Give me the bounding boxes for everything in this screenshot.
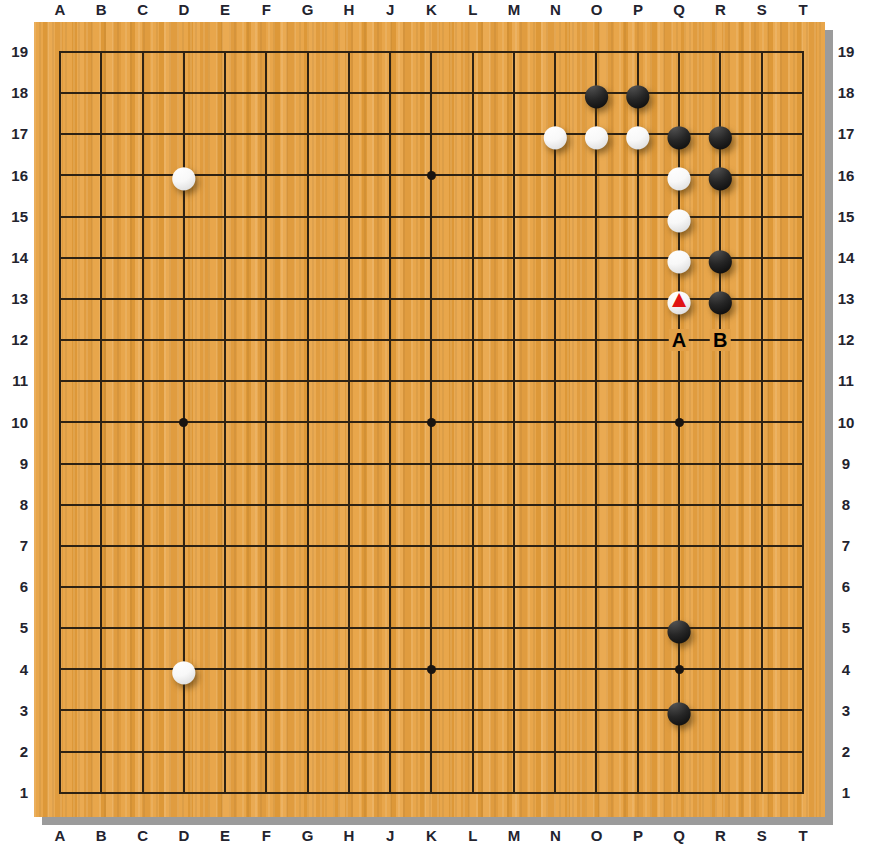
- intersection-J14[interactable]: [370, 237, 411, 278]
- intersection-P4[interactable]: [617, 649, 658, 690]
- intersection-M11[interactable]: [493, 361, 534, 402]
- intersection-C6[interactable]: [122, 566, 163, 607]
- intersection-J1[interactable]: [370, 772, 411, 813]
- intersection-P9[interactable]: [617, 443, 658, 484]
- intersection-E9[interactable]: [204, 443, 245, 484]
- intersection-L18[interactable]: [452, 73, 493, 114]
- intersection-H1[interactable]: [328, 772, 369, 813]
- point-label-B[interactable]: B: [710, 329, 730, 351]
- intersection-S12[interactable]: [741, 319, 782, 360]
- intersection-J4[interactable]: [370, 649, 411, 690]
- intersection-G6[interactable]: [287, 566, 328, 607]
- intersection-F5[interactable]: [246, 608, 287, 649]
- intersection-C16[interactable]: [122, 155, 163, 196]
- intersection-T17[interactable]: [782, 114, 823, 155]
- intersection-Q19[interactable]: [658, 31, 699, 72]
- intersection-M10[interactable]: [493, 402, 534, 443]
- intersection-S4[interactable]: [741, 649, 782, 690]
- intersection-L15[interactable]: [452, 196, 493, 237]
- intersection-F17[interactable]: [246, 114, 287, 155]
- intersection-R16[interactable]: ●: [700, 155, 741, 196]
- intersection-O14[interactable]: [576, 237, 617, 278]
- intersection-G3[interactable]: [287, 690, 328, 731]
- intersection-L11[interactable]: [452, 361, 493, 402]
- intersection-H12[interactable]: [328, 319, 369, 360]
- intersection-A4[interactable]: [39, 649, 80, 690]
- intersection-A12[interactable]: [39, 319, 80, 360]
- intersection-D2[interactable]: [163, 731, 204, 772]
- intersection-F13[interactable]: [246, 278, 287, 319]
- intersection-A10[interactable]: [39, 402, 80, 443]
- intersection-J18[interactable]: [370, 73, 411, 114]
- intersection-P15[interactable]: [617, 196, 658, 237]
- intersection-K12[interactable]: [411, 319, 452, 360]
- intersection-G15[interactable]: [287, 196, 328, 237]
- intersection-J16[interactable]: [370, 155, 411, 196]
- intersection-R2[interactable]: [700, 731, 741, 772]
- intersection-O3[interactable]: [576, 690, 617, 731]
- intersection-R19[interactable]: [700, 31, 741, 72]
- intersection-N15[interactable]: [535, 196, 576, 237]
- intersection-F4[interactable]: [246, 649, 287, 690]
- intersection-H18[interactable]: [328, 73, 369, 114]
- intersection-D1[interactable]: [163, 772, 204, 813]
- intersection-T1[interactable]: [782, 772, 823, 813]
- intersection-B16[interactable]: [81, 155, 122, 196]
- intersection-R6[interactable]: [700, 566, 741, 607]
- intersection-A19[interactable]: [39, 31, 80, 72]
- intersection-D16[interactable]: ●: [163, 155, 204, 196]
- intersection-P1[interactable]: [617, 772, 658, 813]
- intersection-G9[interactable]: [287, 443, 328, 484]
- intersection-D11[interactable]: [163, 361, 204, 402]
- intersection-B7[interactable]: [81, 525, 122, 566]
- intersection-R7[interactable]: [700, 525, 741, 566]
- intersection-E13[interactable]: [204, 278, 245, 319]
- intersection-D18[interactable]: [163, 73, 204, 114]
- intersection-H8[interactable]: [328, 484, 369, 525]
- intersection-A5[interactable]: [39, 608, 80, 649]
- intersection-N4[interactable]: [535, 649, 576, 690]
- intersection-D14[interactable]: [163, 237, 204, 278]
- intersection-A8[interactable]: [39, 484, 80, 525]
- intersection-N12[interactable]: [535, 319, 576, 360]
- intersection-H19[interactable]: [328, 31, 369, 72]
- intersection-O10[interactable]: [576, 402, 617, 443]
- intersection-K15[interactable]: [411, 196, 452, 237]
- intersection-G13[interactable]: [287, 278, 328, 319]
- intersection-N6[interactable]: [535, 566, 576, 607]
- intersection-G14[interactable]: [287, 237, 328, 278]
- intersection-T16[interactable]: [782, 155, 823, 196]
- intersection-L17[interactable]: [452, 114, 493, 155]
- intersection-S9[interactable]: [741, 443, 782, 484]
- intersection-J10[interactable]: [370, 402, 411, 443]
- intersection-T8[interactable]: [782, 484, 823, 525]
- intersection-K14[interactable]: [411, 237, 452, 278]
- intersection-F14[interactable]: [246, 237, 287, 278]
- intersection-P3[interactable]: [617, 690, 658, 731]
- intersection-O7[interactable]: [576, 525, 617, 566]
- intersection-M9[interactable]: [493, 443, 534, 484]
- intersection-E11[interactable]: [204, 361, 245, 402]
- intersection-C11[interactable]: [122, 361, 163, 402]
- intersection-J17[interactable]: [370, 114, 411, 155]
- intersection-K6[interactable]: [411, 566, 452, 607]
- intersection-P13[interactable]: [617, 278, 658, 319]
- intersection-E19[interactable]: [204, 31, 245, 72]
- intersection-Q1[interactable]: [658, 772, 699, 813]
- intersection-B17[interactable]: [81, 114, 122, 155]
- intersection-G18[interactable]: [287, 73, 328, 114]
- intersection-T5[interactable]: [782, 608, 823, 649]
- intersection-T2[interactable]: [782, 731, 823, 772]
- intersection-C13[interactable]: [122, 278, 163, 319]
- intersection-E12[interactable]: [204, 319, 245, 360]
- intersection-G12[interactable]: [287, 319, 328, 360]
- intersection-O5[interactable]: [576, 608, 617, 649]
- intersection-O11[interactable]: [576, 361, 617, 402]
- intersection-A3[interactable]: [39, 690, 80, 731]
- intersection-K18[interactable]: [411, 73, 452, 114]
- intersection-S6[interactable]: [741, 566, 782, 607]
- intersection-P12[interactable]: [617, 319, 658, 360]
- intersection-T11[interactable]: [782, 361, 823, 402]
- intersection-A15[interactable]: [39, 196, 80, 237]
- intersection-S18[interactable]: [741, 73, 782, 114]
- intersection-Q10[interactable]: [658, 402, 699, 443]
- intersection-A18[interactable]: [39, 73, 80, 114]
- intersection-G10[interactable]: [287, 402, 328, 443]
- intersection-L12[interactable]: [452, 319, 493, 360]
- intersection-S1[interactable]: [741, 772, 782, 813]
- intersection-S7[interactable]: [741, 525, 782, 566]
- intersection-M2[interactable]: [493, 731, 534, 772]
- intersection-F8[interactable]: [246, 484, 287, 525]
- intersection-B8[interactable]: [81, 484, 122, 525]
- intersection-L8[interactable]: [452, 484, 493, 525]
- intersection-L14[interactable]: [452, 237, 493, 278]
- intersection-Q3[interactable]: ●: [658, 690, 699, 731]
- intersection-C18[interactable]: [122, 73, 163, 114]
- intersection-M18[interactable]: [493, 73, 534, 114]
- intersection-J6[interactable]: [370, 566, 411, 607]
- intersection-Q7[interactable]: [658, 525, 699, 566]
- intersection-B1[interactable]: [81, 772, 122, 813]
- intersection-C3[interactable]: [122, 690, 163, 731]
- intersection-K11[interactable]: [411, 361, 452, 402]
- intersection-O15[interactable]: [576, 196, 617, 237]
- intersection-E17[interactable]: [204, 114, 245, 155]
- intersection-B5[interactable]: [81, 608, 122, 649]
- intersection-S17[interactable]: [741, 114, 782, 155]
- intersection-N7[interactable]: [535, 525, 576, 566]
- intersection-D7[interactable]: [163, 525, 204, 566]
- intersection-H5[interactable]: [328, 608, 369, 649]
- intersection-E6[interactable]: [204, 566, 245, 607]
- intersection-T4[interactable]: [782, 649, 823, 690]
- intersection-S10[interactable]: [741, 402, 782, 443]
- intersection-D12[interactable]: [163, 319, 204, 360]
- intersection-P5[interactable]: [617, 608, 658, 649]
- intersection-F6[interactable]: [246, 566, 287, 607]
- intersection-E1[interactable]: [204, 772, 245, 813]
- intersection-B19[interactable]: [81, 31, 122, 72]
- intersection-P2[interactable]: [617, 731, 658, 772]
- intersection-F12[interactable]: [246, 319, 287, 360]
- intersection-Q13[interactable]: ●▲: [658, 278, 699, 319]
- intersection-J7[interactable]: [370, 525, 411, 566]
- intersection-K4[interactable]: [411, 649, 452, 690]
- intersection-M12[interactable]: [493, 319, 534, 360]
- intersection-K17[interactable]: [411, 114, 452, 155]
- intersection-N17[interactable]: ●: [535, 114, 576, 155]
- intersection-G17[interactable]: [287, 114, 328, 155]
- intersection-T9[interactable]: [782, 443, 823, 484]
- intersection-G7[interactable]: [287, 525, 328, 566]
- intersection-T10[interactable]: [782, 402, 823, 443]
- intersection-F15[interactable]: [246, 196, 287, 237]
- intersection-N1[interactable]: [535, 772, 576, 813]
- intersection-H6[interactable]: [328, 566, 369, 607]
- intersection-N10[interactable]: [535, 402, 576, 443]
- intersection-L19[interactable]: [452, 31, 493, 72]
- intersection-P14[interactable]: [617, 237, 658, 278]
- intersection-P17[interactable]: ●: [617, 114, 658, 155]
- intersection-F16[interactable]: [246, 155, 287, 196]
- intersection-E14[interactable]: [204, 237, 245, 278]
- intersection-T18[interactable]: [782, 73, 823, 114]
- intersection-J19[interactable]: [370, 31, 411, 72]
- intersection-C10[interactable]: [122, 402, 163, 443]
- intersection-H9[interactable]: [328, 443, 369, 484]
- intersection-J11[interactable]: [370, 361, 411, 402]
- intersection-B12[interactable]: [81, 319, 122, 360]
- intersection-F3[interactable]: [246, 690, 287, 731]
- intersection-M8[interactable]: [493, 484, 534, 525]
- intersection-F19[interactable]: [246, 31, 287, 72]
- intersection-L1[interactable]: [452, 772, 493, 813]
- intersection-T3[interactable]: [782, 690, 823, 731]
- intersection-A14[interactable]: [39, 237, 80, 278]
- intersection-C4[interactable]: [122, 649, 163, 690]
- intersection-O4[interactable]: [576, 649, 617, 690]
- intersection-K2[interactable]: [411, 731, 452, 772]
- intersection-C7[interactable]: [122, 525, 163, 566]
- intersection-N11[interactable]: [535, 361, 576, 402]
- intersection-T6[interactable]: [782, 566, 823, 607]
- intersection-N9[interactable]: [535, 443, 576, 484]
- intersection-C5[interactable]: [122, 608, 163, 649]
- intersection-J3[interactable]: [370, 690, 411, 731]
- intersection-L16[interactable]: [452, 155, 493, 196]
- intersection-H17[interactable]: [328, 114, 369, 155]
- intersection-H2[interactable]: [328, 731, 369, 772]
- intersection-K1[interactable]: [411, 772, 452, 813]
- intersection-N13[interactable]: [535, 278, 576, 319]
- intersection-G11[interactable]: [287, 361, 328, 402]
- intersection-H10[interactable]: [328, 402, 369, 443]
- intersection-N2[interactable]: [535, 731, 576, 772]
- intersection-L9[interactable]: [452, 443, 493, 484]
- intersection-M14[interactable]: [493, 237, 534, 278]
- intersection-Q9[interactable]: [658, 443, 699, 484]
- intersection-E10[interactable]: [204, 402, 245, 443]
- intersection-O13[interactable]: [576, 278, 617, 319]
- intersection-L10[interactable]: [452, 402, 493, 443]
- intersection-M3[interactable]: [493, 690, 534, 731]
- intersection-A16[interactable]: [39, 155, 80, 196]
- intersection-D13[interactable]: [163, 278, 204, 319]
- intersection-Q11[interactable]: [658, 361, 699, 402]
- intersection-B13[interactable]: [81, 278, 122, 319]
- intersection-E16[interactable]: [204, 155, 245, 196]
- intersection-G4[interactable]: [287, 649, 328, 690]
- intersection-A7[interactable]: [39, 525, 80, 566]
- intersection-K10[interactable]: [411, 402, 452, 443]
- intersection-N8[interactable]: [535, 484, 576, 525]
- intersection-T13[interactable]: [782, 278, 823, 319]
- intersection-J5[interactable]: [370, 608, 411, 649]
- intersection-J9[interactable]: [370, 443, 411, 484]
- intersection-A2[interactable]: [39, 731, 80, 772]
- intersection-L4[interactable]: [452, 649, 493, 690]
- intersection-S2[interactable]: [741, 731, 782, 772]
- intersection-R8[interactable]: [700, 484, 741, 525]
- intersection-H14[interactable]: [328, 237, 369, 278]
- intersection-J12[interactable]: [370, 319, 411, 360]
- intersection-C15[interactable]: [122, 196, 163, 237]
- intersection-B11[interactable]: [81, 361, 122, 402]
- intersection-O12[interactable]: [576, 319, 617, 360]
- intersection-T15[interactable]: [782, 196, 823, 237]
- intersection-E3[interactable]: [204, 690, 245, 731]
- intersection-N14[interactable]: [535, 237, 576, 278]
- intersection-K8[interactable]: [411, 484, 452, 525]
- intersection-B6[interactable]: [81, 566, 122, 607]
- intersection-H13[interactable]: [328, 278, 369, 319]
- intersection-B18[interactable]: [81, 73, 122, 114]
- intersection-G19[interactable]: [287, 31, 328, 72]
- intersection-K5[interactable]: [411, 608, 452, 649]
- intersection-F9[interactable]: [246, 443, 287, 484]
- intersection-H15[interactable]: [328, 196, 369, 237]
- intersection-O9[interactable]: [576, 443, 617, 484]
- intersection-E4[interactable]: [204, 649, 245, 690]
- intersection-F1[interactable]: [246, 772, 287, 813]
- intersection-R5[interactable]: [700, 608, 741, 649]
- intersection-M15[interactable]: [493, 196, 534, 237]
- intersection-L3[interactable]: [452, 690, 493, 731]
- intersection-G8[interactable]: [287, 484, 328, 525]
- intersection-C1[interactable]: [122, 772, 163, 813]
- intersection-M13[interactable]: [493, 278, 534, 319]
- intersection-L7[interactable]: [452, 525, 493, 566]
- intersection-L2[interactable]: [452, 731, 493, 772]
- intersection-A6[interactable]: [39, 566, 80, 607]
- intersection-R4[interactable]: [700, 649, 741, 690]
- intersection-C8[interactable]: [122, 484, 163, 525]
- point-label-A[interactable]: A: [669, 329, 689, 351]
- intersection-M4[interactable]: [493, 649, 534, 690]
- intersection-P11[interactable]: [617, 361, 658, 402]
- intersection-H3[interactable]: [328, 690, 369, 731]
- intersection-B15[interactable]: [81, 196, 122, 237]
- intersection-D6[interactable]: [163, 566, 204, 607]
- intersection-O1[interactable]: [576, 772, 617, 813]
- intersection-M7[interactable]: [493, 525, 534, 566]
- intersection-M16[interactable]: [493, 155, 534, 196]
- intersection-H4[interactable]: [328, 649, 369, 690]
- intersection-L13[interactable]: [452, 278, 493, 319]
- intersection-A9[interactable]: [39, 443, 80, 484]
- intersection-B10[interactable]: [81, 402, 122, 443]
- intersection-S8[interactable]: [741, 484, 782, 525]
- intersection-C17[interactable]: [122, 114, 163, 155]
- intersection-P7[interactable]: [617, 525, 658, 566]
- intersection-E18[interactable]: [204, 73, 245, 114]
- intersection-H7[interactable]: [328, 525, 369, 566]
- intersection-E7[interactable]: [204, 525, 245, 566]
- intersection-K3[interactable]: [411, 690, 452, 731]
- intersection-F2[interactable]: [246, 731, 287, 772]
- intersection-S5[interactable]: [741, 608, 782, 649]
- intersection-D4[interactable]: ●: [163, 649, 204, 690]
- intersection-K7[interactable]: [411, 525, 452, 566]
- intersection-S14[interactable]: [741, 237, 782, 278]
- intersection-D10[interactable]: [163, 402, 204, 443]
- intersection-J2[interactable]: [370, 731, 411, 772]
- intersection-M1[interactable]: [493, 772, 534, 813]
- intersection-R13[interactable]: ●: [700, 278, 741, 319]
- intersection-N3[interactable]: [535, 690, 576, 731]
- intersection-T19[interactable]: [782, 31, 823, 72]
- intersection-O17[interactable]: ●: [576, 114, 617, 155]
- intersection-H16[interactable]: [328, 155, 369, 196]
- intersection-T12[interactable]: [782, 319, 823, 360]
- intersection-F7[interactable]: [246, 525, 287, 566]
- intersection-E8[interactable]: [204, 484, 245, 525]
- intersection-S13[interactable]: [741, 278, 782, 319]
- intersection-Q5[interactable]: ●: [658, 608, 699, 649]
- intersection-L5[interactable]: [452, 608, 493, 649]
- intersection-K13[interactable]: [411, 278, 452, 319]
- intersection-C14[interactable]: [122, 237, 163, 278]
- intersection-F11[interactable]: [246, 361, 287, 402]
- intersection-T14[interactable]: [782, 237, 823, 278]
- intersection-B3[interactable]: [81, 690, 122, 731]
- intersection-L6[interactable]: [452, 566, 493, 607]
- intersection-H11[interactable]: [328, 361, 369, 402]
- intersection-R10[interactable]: [700, 402, 741, 443]
- intersection-O6[interactable]: [576, 566, 617, 607]
- intersection-G16[interactable]: [287, 155, 328, 196]
- intersection-N5[interactable]: [535, 608, 576, 649]
- intersection-T7[interactable]: [782, 525, 823, 566]
- intersection-S3[interactable]: [741, 690, 782, 731]
- intersection-A11[interactable]: [39, 361, 80, 402]
- intersection-A17[interactable]: [39, 114, 80, 155]
- intersection-A13[interactable]: [39, 278, 80, 319]
- intersection-D8[interactable]: [163, 484, 204, 525]
- intersection-B4[interactable]: [81, 649, 122, 690]
- intersection-Q8[interactable]: [658, 484, 699, 525]
- intersection-E15[interactable]: [204, 196, 245, 237]
- intersection-E5[interactable]: [204, 608, 245, 649]
- intersection-P10[interactable]: [617, 402, 658, 443]
- intersection-J15[interactable]: [370, 196, 411, 237]
- intersection-G1[interactable]: [287, 772, 328, 813]
